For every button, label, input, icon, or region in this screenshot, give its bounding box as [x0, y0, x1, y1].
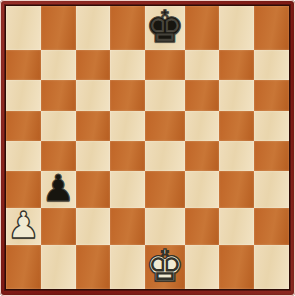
square-e7[interactable]: [145, 50, 184, 80]
square-b2[interactable]: [41, 208, 76, 245]
square-e3[interactable]: [145, 171, 184, 208]
square-b3[interactable]: ♟: [41, 171, 76, 208]
piece-white-king-e1[interactable]: ♚: [145, 244, 184, 288]
square-b7[interactable]: [41, 50, 76, 80]
chess-board: ♚♟♟♚: [6, 6, 289, 289]
square-g2[interactable]: [219, 208, 254, 245]
square-g4[interactable]: [219, 141, 254, 171]
square-h3[interactable]: [254, 171, 289, 208]
chess-board-frame: ♚♟♟♚: [0, 0, 295, 296]
square-h4[interactable]: [254, 141, 289, 171]
square-b8[interactable]: [41, 6, 76, 50]
square-b5[interactable]: [41, 111, 76, 141]
piece-black-pawn-b3[interactable]: ♟: [42, 170, 75, 207]
square-d3[interactable]: [110, 171, 145, 208]
square-a5[interactable]: [6, 111, 41, 141]
square-d1[interactable]: [110, 245, 145, 289]
piece-white-pawn-a2[interactable]: ♟: [7, 207, 40, 244]
square-c2[interactable]: [76, 208, 111, 245]
square-e1[interactable]: ♚: [145, 245, 184, 289]
square-c4[interactable]: [76, 141, 111, 171]
square-h5[interactable]: [254, 111, 289, 141]
square-c1[interactable]: [76, 245, 111, 289]
square-f2[interactable]: [185, 208, 220, 245]
square-c5[interactable]: [76, 111, 111, 141]
square-a2[interactable]: ♟: [6, 208, 41, 245]
square-b1[interactable]: [41, 245, 76, 289]
square-g7[interactable]: [219, 50, 254, 80]
square-e6[interactable]: [145, 80, 184, 110]
square-f7[interactable]: [185, 50, 220, 80]
square-h6[interactable]: [254, 80, 289, 110]
square-d5[interactable]: [110, 111, 145, 141]
square-d7[interactable]: [110, 50, 145, 80]
square-f1[interactable]: [185, 245, 220, 289]
square-d8[interactable]: [110, 6, 145, 50]
square-g6[interactable]: [219, 80, 254, 110]
square-d4[interactable]: [110, 141, 145, 171]
square-a4[interactable]: [6, 141, 41, 171]
square-g3[interactable]: [219, 171, 254, 208]
square-h8[interactable]: [254, 6, 289, 50]
square-e5[interactable]: [145, 111, 184, 141]
square-a7[interactable]: [6, 50, 41, 80]
square-f5[interactable]: [185, 111, 220, 141]
square-d6[interactable]: [110, 80, 145, 110]
square-f6[interactable]: [185, 80, 220, 110]
square-a6[interactable]: [6, 80, 41, 110]
square-a3[interactable]: [6, 171, 41, 208]
square-c8[interactable]: [76, 6, 111, 50]
square-g8[interactable]: [219, 6, 254, 50]
square-h1[interactable]: [254, 245, 289, 289]
square-h2[interactable]: [254, 208, 289, 245]
piece-black-king-e8[interactable]: ♚: [145, 5, 184, 49]
square-e8[interactable]: ♚: [145, 6, 184, 50]
square-a1[interactable]: [6, 245, 41, 289]
square-a8[interactable]: [6, 6, 41, 50]
square-g5[interactable]: [219, 111, 254, 141]
square-b6[interactable]: [41, 80, 76, 110]
square-g1[interactable]: [219, 245, 254, 289]
square-f4[interactable]: [185, 141, 220, 171]
square-f8[interactable]: [185, 6, 220, 50]
square-f3[interactable]: [185, 171, 220, 208]
square-c3[interactable]: [76, 171, 111, 208]
square-c6[interactable]: [76, 80, 111, 110]
square-e4[interactable]: [145, 141, 184, 171]
square-h7[interactable]: [254, 50, 289, 80]
square-c7[interactable]: [76, 50, 111, 80]
square-d2[interactable]: [110, 208, 145, 245]
